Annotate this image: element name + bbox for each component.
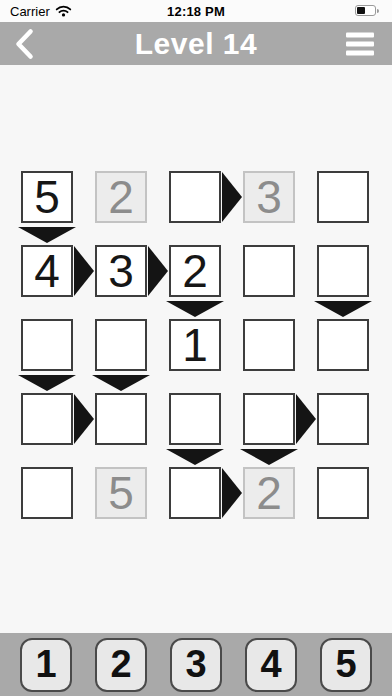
cell-r2c1[interactable]: 4	[21, 245, 73, 297]
greater-than-arrow-down-r1c1	[18, 227, 76, 243]
greater-than-arrow-down-r4c3	[166, 449, 224, 465]
cell-r4c1[interactable]	[21, 393, 73, 445]
greater-than-arrow-down-r3c2	[92, 375, 150, 391]
cell-r4c4[interactable]	[243, 393, 295, 445]
greater-than-arrow-right-r1c3	[222, 172, 242, 222]
cell-r3c5[interactable]	[317, 319, 369, 371]
greater-than-arrow-right-r4c1	[74, 394, 94, 444]
number-button-1[interactable]: 1	[20, 638, 72, 692]
carrier-label: Carrier	[10, 4, 50, 19]
cell-r1c1[interactable]: 5	[21, 171, 73, 223]
menu-button[interactable]	[346, 32, 374, 55]
cell-r1c5[interactable]	[317, 171, 369, 223]
battery-fill	[357, 7, 365, 14]
status-left: Carrier	[0, 4, 72, 19]
greater-than-arrow-down-r2c3	[166, 301, 224, 317]
cell-r2c3[interactable]: 2	[169, 245, 221, 297]
cell-r3c1[interactable]	[21, 319, 73, 371]
cell-r4c3[interactable]	[169, 393, 221, 445]
cell-r4c5[interactable]	[317, 393, 369, 445]
greater-than-arrow-right-r2c2	[148, 246, 168, 296]
greater-than-arrow-right-r4c4	[296, 394, 316, 444]
hamburger-icon	[346, 32, 374, 37]
chevron-left-icon	[13, 28, 35, 60]
number-button-3[interactable]: 3	[170, 638, 222, 692]
battery-body	[355, 5, 376, 16]
number-button-2[interactable]: 2	[95, 638, 147, 692]
cell-r2c5[interactable]	[317, 245, 369, 297]
cell-r5c1[interactable]	[21, 467, 73, 519]
cell-r3c3[interactable]: 1	[169, 319, 221, 371]
number-button-5[interactable]: 5	[320, 638, 372, 692]
battery-nub	[377, 9, 379, 13]
greater-than-arrow-right-r2c1	[74, 246, 94, 296]
greater-than-arrow-down-r4c4	[240, 449, 298, 465]
puzzle-board: 523432152	[21, 171, 369, 519]
cell-r2c4[interactable]	[243, 245, 295, 297]
cell-r4c2[interactable]	[95, 393, 147, 445]
content: 523432152	[0, 65, 392, 633]
nav-bar: Level 14	[0, 22, 392, 65]
battery-icon	[355, 5, 379, 16]
cell-r1c2-given[interactable]: 2	[95, 171, 147, 223]
back-button[interactable]	[8, 25, 40, 62]
greater-than-arrow-down-r3c1	[18, 375, 76, 391]
cell-r3c2[interactable]	[95, 319, 147, 371]
number-button-4[interactable]: 4	[245, 638, 297, 692]
cell-r5c5[interactable]	[317, 467, 369, 519]
app-screen: Carrier 12:18 PM Level 14	[0, 0, 392, 696]
number-pad: 12345	[0, 633, 392, 696]
cell-r1c4-given[interactable]: 3	[243, 171, 295, 223]
cell-r3c4[interactable]	[243, 319, 295, 371]
page-title: Level 14	[0, 27, 392, 61]
cell-r5c2-given[interactable]: 5	[95, 467, 147, 519]
greater-than-arrow-right-r5c3	[222, 468, 242, 518]
status-bar: Carrier 12:18 PM	[0, 0, 392, 22]
cell-r2c2[interactable]: 3	[95, 245, 147, 297]
cell-r5c4-given[interactable]: 2	[243, 467, 295, 519]
cell-r1c3[interactable]	[169, 171, 221, 223]
cell-r5c3[interactable]	[169, 467, 221, 519]
wifi-icon	[55, 5, 72, 17]
greater-than-arrow-down-r2c5	[314, 301, 372, 317]
